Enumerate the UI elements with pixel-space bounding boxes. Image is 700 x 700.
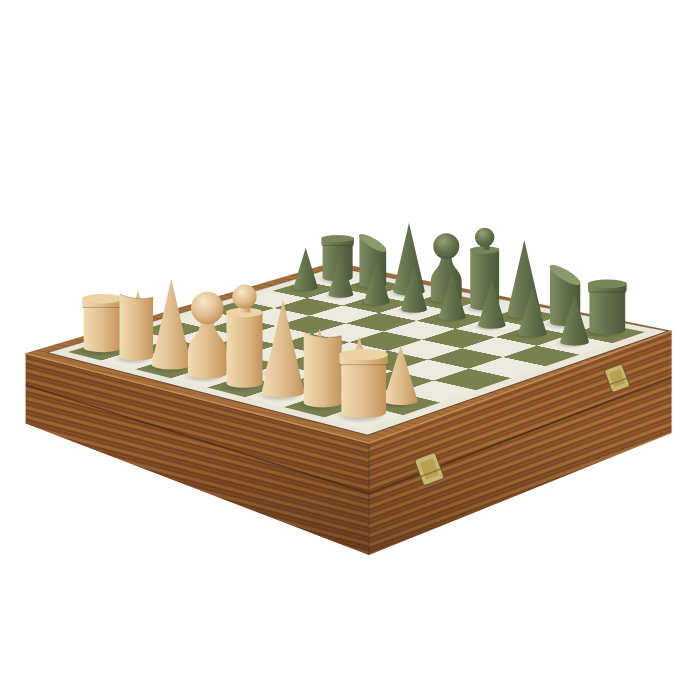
box-front-rim-overlay: [0, 0, 700, 700]
chess-set-product-photo: [0, 0, 700, 700]
